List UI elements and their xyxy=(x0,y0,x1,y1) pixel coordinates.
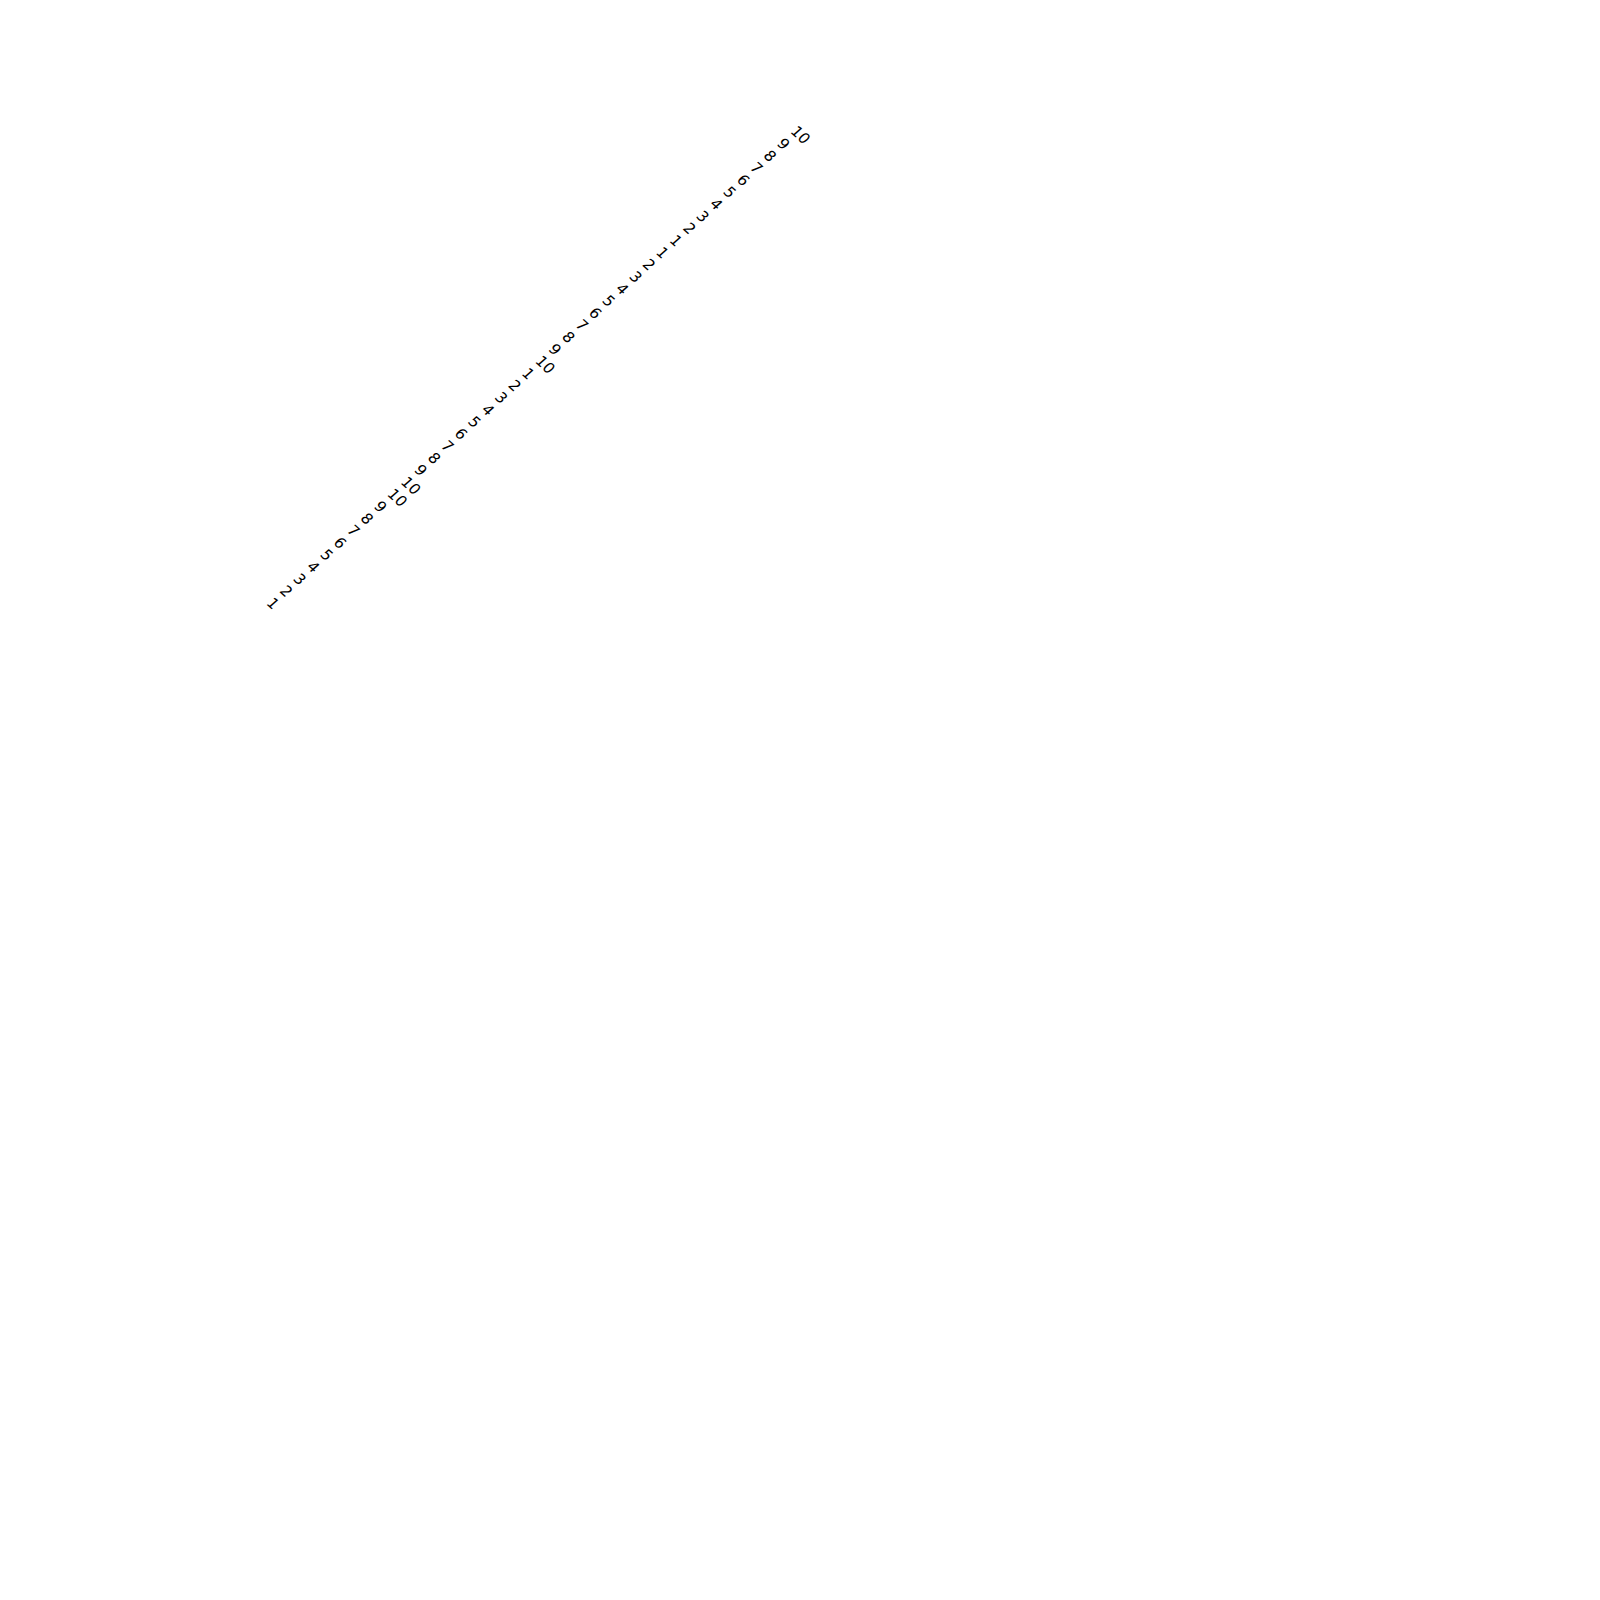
scene: 10987654321 12345678910 12345678910 1098… xyxy=(0,0,1600,1600)
tile-number: 1 xyxy=(263,594,284,613)
shut-the-box-board: 10987654321 12345678910 12345678910 1098… xyxy=(72,123,1529,1434)
